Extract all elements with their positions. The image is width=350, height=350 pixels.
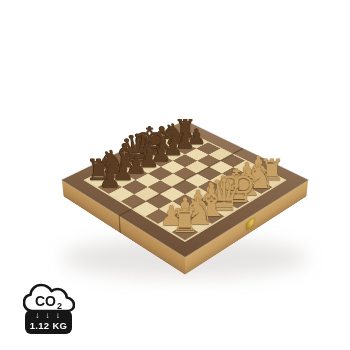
square [185, 216, 212, 232]
square [236, 187, 261, 201]
square [211, 201, 237, 216]
square [198, 208, 224, 223]
square [185, 201, 211, 216]
arrow-down-icons: ↓ ↓ ↓ [25, 312, 72, 320]
square [185, 187, 210, 201]
square [198, 180, 223, 194]
square [133, 201, 159, 216]
square [223, 180, 248, 194]
square [147, 180, 172, 194]
product-photo: ♜♞♝♛♚♝♞♜♟♟♟♟♟♟♟♟♟♟♟♟♟♟♟♟♜♞♝♛♚♝♞♜ CO 2 ↓ … [0, 0, 350, 350]
square [210, 187, 235, 201]
co2-value-plate: ↓ ↓ ↓ 1.12 KG [25, 310, 72, 334]
co2-gas-label: CO [35, 293, 56, 309]
square [172, 208, 198, 223]
square [172, 180, 197, 194]
board-top [62, 121, 308, 257]
brass-latch-icon [246, 218, 255, 231]
square [134, 187, 159, 201]
co2-value: 1.12 KG [25, 320, 72, 331]
square [160, 187, 185, 201]
square [121, 194, 147, 209]
square [97, 180, 122, 194]
square [158, 216, 185, 232]
square [198, 194, 224, 209]
co2-badge: CO 2 ↓ ↓ ↓ 1.12 KG [23, 280, 75, 336]
chess-board [62, 121, 308, 257]
square [171, 224, 198, 240]
co2-cloud-icon: CO 2 [23, 280, 75, 314]
square [146, 194, 172, 209]
square [248, 180, 273, 194]
fold-seam-side [119, 215, 121, 233]
square [109, 187, 134, 201]
square [159, 201, 185, 216]
square [122, 180, 147, 194]
square [172, 194, 198, 209]
square [224, 194, 250, 209]
square [145, 208, 171, 223]
